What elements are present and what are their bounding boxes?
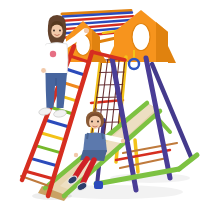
hand [84,28,89,33]
arm-left [105,137,121,141]
base-foot-block [94,181,103,189]
hand [74,153,78,157]
eye [59,30,61,32]
sweater-print [50,51,56,57]
play-structure-illustration [0,0,208,208]
eye [53,30,55,32]
product-photo-play-structure [0,0,208,208]
overall-strap [102,133,103,139]
eye [97,121,99,123]
eye [91,121,93,123]
overall-strap [87,133,88,139]
panel-porthole [132,24,150,51]
hand [41,68,46,73]
hand [121,139,125,143]
